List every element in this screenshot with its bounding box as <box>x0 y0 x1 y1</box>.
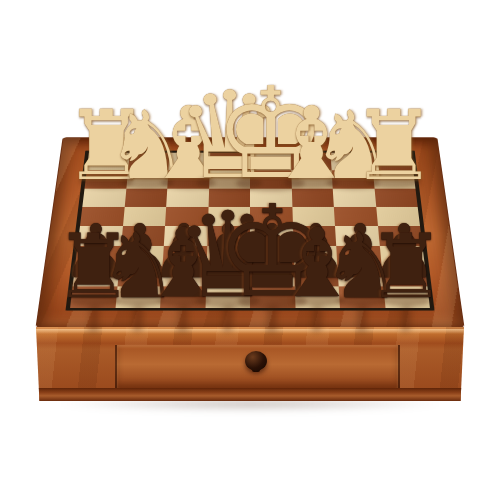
square-e6 <box>250 188 292 207</box>
square-f7 <box>291 170 333 188</box>
square-d5 <box>208 207 251 226</box>
square-f5 <box>292 207 335 226</box>
square-b6 <box>124 188 167 207</box>
square-b7 <box>126 170 168 188</box>
square-c6 <box>166 188 208 207</box>
square-d7 <box>209 170 250 188</box>
square-a8 <box>87 153 129 171</box>
square-c8 <box>168 153 209 171</box>
square-d3 <box>206 246 250 266</box>
square-h7 <box>372 170 415 188</box>
square-b2 <box>117 266 163 287</box>
square-f3 <box>293 246 337 266</box>
square-g8 <box>331 153 373 171</box>
square-h2 <box>381 266 427 287</box>
square-d8 <box>209 153 250 171</box>
square-f6 <box>291 188 333 207</box>
square-f4 <box>293 226 337 246</box>
square-e3 <box>250 246 294 266</box>
square-g2 <box>337 266 383 287</box>
square-h4 <box>378 226 423 246</box>
square-f8 <box>290 153 331 171</box>
square-g3 <box>336 246 381 266</box>
square-c1 <box>160 287 206 308</box>
square-c2 <box>161 266 206 287</box>
square-c7 <box>167 170 209 188</box>
base-molding <box>36 388 464 401</box>
square-g7 <box>332 170 374 188</box>
square-d6 <box>208 188 250 207</box>
square-f1 <box>294 287 340 308</box>
square-h5 <box>376 207 420 226</box>
square-c4 <box>164 226 208 246</box>
square-g6 <box>333 188 376 207</box>
square-h3 <box>379 246 425 266</box>
drawer-knob <box>245 351 267 371</box>
square-a7 <box>85 170 128 188</box>
square-e2 <box>250 266 294 287</box>
square-e4 <box>250 226 293 246</box>
square-f2 <box>294 266 339 287</box>
square-g1 <box>339 287 385 308</box>
square-b1 <box>115 287 161 308</box>
square-d4 <box>207 226 250 246</box>
square-e7 <box>250 170 291 188</box>
square-c5 <box>165 207 208 226</box>
square-a3 <box>75 246 121 266</box>
board-grid <box>70 153 430 308</box>
square-a1 <box>70 287 117 308</box>
square-e8 <box>250 153 291 171</box>
chess-board-top <box>36 137 465 327</box>
square-a2 <box>73 266 119 287</box>
square-d1 <box>205 287 250 308</box>
rim-highlight <box>36 329 464 334</box>
box-front <box>36 327 464 401</box>
square-a6 <box>82 188 126 207</box>
square-e1 <box>250 287 295 308</box>
square-d2 <box>206 266 250 287</box>
square-b5 <box>123 207 167 226</box>
square-h1 <box>383 287 430 308</box>
square-g4 <box>335 226 379 246</box>
square-h6 <box>374 188 418 207</box>
square-a4 <box>78 226 123 246</box>
square-b8 <box>128 153 170 171</box>
square-c3 <box>163 246 207 266</box>
square-a5 <box>80 207 124 226</box>
square-g5 <box>334 207 378 226</box>
square-e5 <box>250 207 293 226</box>
chess-set-photo: Product photo of a wooden chess set: mah… <box>0 0 500 500</box>
square-b4 <box>121 226 165 246</box>
square-b3 <box>119 246 164 266</box>
square-h8 <box>371 153 413 171</box>
